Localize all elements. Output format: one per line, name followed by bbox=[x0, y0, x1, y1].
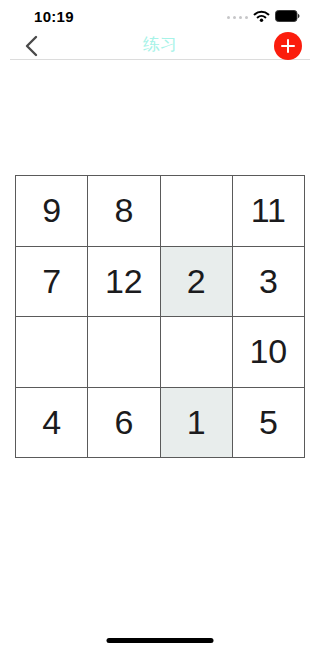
empty-cell-r3c1 bbox=[16, 317, 87, 387]
puzzle-board: 981171223104615 bbox=[15, 175, 305, 458]
tile-4[interactable]: 4 bbox=[16, 388, 87, 458]
battery-icon bbox=[275, 10, 300, 22]
tile-7[interactable]: 7 bbox=[16, 247, 87, 317]
tile-12[interactable]: 12 bbox=[88, 247, 159, 317]
cellular-no-signal-icon bbox=[227, 16, 248, 19]
tile-2[interactable]: 2 bbox=[161, 247, 232, 317]
tile-3[interactable]: 3 bbox=[233, 247, 304, 317]
wifi-icon bbox=[253, 10, 270, 22]
app-screen: 10:19 bbox=[10, 0, 310, 649]
tile-9[interactable]: 9 bbox=[16, 176, 87, 246]
page-title: 练习 bbox=[60, 30, 260, 59]
chevron-left-icon bbox=[25, 35, 38, 57]
tile-5[interactable]: 5 bbox=[233, 388, 304, 458]
home-indicator[interactable] bbox=[107, 638, 214, 643]
empty-cell-r3c3 bbox=[161, 317, 232, 387]
tile-11[interactable]: 11 bbox=[233, 176, 304, 246]
plus-icon bbox=[281, 39, 295, 53]
tile-8[interactable]: 8 bbox=[88, 176, 159, 246]
add-button[interactable] bbox=[274, 32, 302, 60]
status-bar: 10:19 bbox=[10, 0, 310, 30]
tile-1[interactable]: 1 bbox=[161, 388, 232, 458]
empty-cell-r3c2 bbox=[88, 317, 159, 387]
tile-10[interactable]: 10 bbox=[233, 317, 304, 387]
nav-bar: 练习 bbox=[10, 30, 310, 60]
tile-6[interactable]: 6 bbox=[88, 388, 159, 458]
status-time: 10:19 bbox=[34, 8, 74, 25]
back-button[interactable] bbox=[18, 33, 44, 59]
status-icons bbox=[227, 10, 300, 22]
empty-cell-r1c3 bbox=[161, 176, 232, 246]
